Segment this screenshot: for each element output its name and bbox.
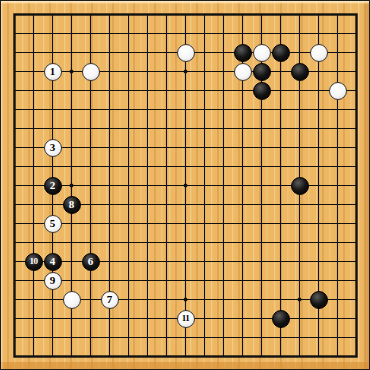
stones-layer: 1234567891011 [1, 1, 370, 370]
go-board[interactable]: 1234567891011 [0, 0, 370, 370]
move-number-label: 7 [107, 294, 113, 305]
stone-white-move-1-C16[interactable]: 1 [44, 63, 62, 81]
move-number-label: 5 [50, 218, 56, 229]
stone-white-move-9-C5[interactable]: 9 [44, 272, 62, 290]
stone-white-M16[interactable] [234, 63, 252, 81]
move-number-label: 8 [69, 199, 75, 210]
move-number-label: 9 [50, 275, 56, 286]
stone-black-N16[interactable] [253, 63, 271, 81]
stone-white-K17[interactable] [177, 44, 195, 62]
move-number-label: 4 [50, 256, 56, 267]
stone-black-move-10-B6[interactable]: 10 [25, 253, 43, 271]
stone-black-R4[interactable] [310, 291, 328, 309]
stone-white-move-3-C12[interactable]: 3 [44, 139, 62, 157]
stone-white-D4[interactable] [63, 291, 81, 309]
stone-white-move-5-C8[interactable]: 5 [44, 215, 62, 233]
stone-black-Q16[interactable] [291, 63, 309, 81]
stone-white-move-7-F4[interactable]: 7 [101, 291, 119, 309]
stone-black-M17[interactable] [234, 44, 252, 62]
stone-black-move-4-C6[interactable]: 4 [44, 253, 62, 271]
stone-black-Q10[interactable] [291, 177, 309, 195]
stone-black-N15[interactable] [253, 82, 271, 100]
stone-black-move-8-D9[interactable]: 8 [63, 196, 81, 214]
move-number-label: 11 [182, 314, 189, 323]
stone-black-move-2-C10[interactable]: 2 [44, 177, 62, 195]
move-number-label: 10 [30, 257, 38, 266]
stone-white-S15[interactable] [329, 82, 347, 100]
stone-black-O17[interactable] [272, 44, 290, 62]
move-number-label: 6 [88, 256, 94, 267]
move-number-label: 1 [50, 66, 56, 77]
stone-white-move-11-K3[interactable]: 11 [177, 310, 195, 328]
stone-black-P3[interactable] [272, 310, 290, 328]
stone-white-R17[interactable] [310, 44, 328, 62]
stone-white-E16[interactable] [82, 63, 100, 81]
move-number-label: 2 [50, 180, 56, 191]
stone-white-N17[interactable] [253, 44, 271, 62]
move-number-label: 3 [50, 142, 56, 153]
stone-black-move-6-E6[interactable]: 6 [82, 253, 100, 271]
go-diagram: 1234567891011 [0, 0, 370, 370]
